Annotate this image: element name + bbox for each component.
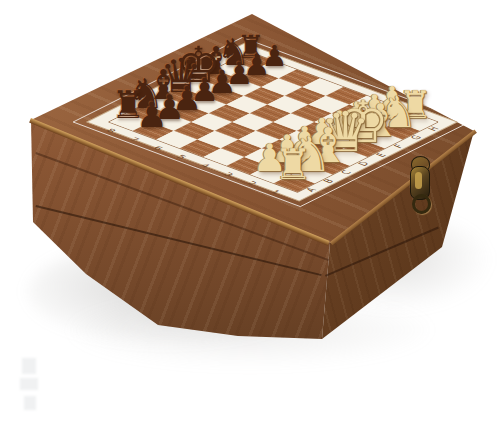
- product-photo: ABCDEFGH12345678 ♜♞♝♛♚♝♞♜♟♟♟♟♟♟♟♟♟♟♟♟♟♟♟…: [0, 0, 500, 422]
- piece-black-p: ♟: [136, 98, 167, 133]
- piece-white-r: ♜: [274, 144, 312, 186]
- pieces-layer: ♜♞♝♛♚♝♞♜♟♟♟♟♟♟♟♟♟♟♟♟♟♟♟♟♜♞♝♛♚♝♞♜: [0, 0, 500, 422]
